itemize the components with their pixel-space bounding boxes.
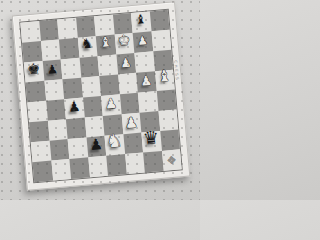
square-f1[interactable] xyxy=(125,153,145,175)
square-d2[interactable]: ♟ xyxy=(86,136,106,158)
square-f2[interactable] xyxy=(123,133,143,155)
square-f7[interactable]: ♚ xyxy=(114,33,134,55)
square-c6[interactable] xyxy=(61,58,81,80)
square-b7[interactable] xyxy=(40,39,60,61)
square-e7[interactable]: ♝ xyxy=(96,35,116,57)
square-a4[interactable] xyxy=(27,101,47,123)
square-g5[interactable]: ♟ xyxy=(136,71,156,93)
square-e5[interactable] xyxy=(99,74,119,96)
square-c3[interactable] xyxy=(66,118,86,140)
square-g2[interactable]: ♛ xyxy=(141,131,161,153)
square-f4[interactable] xyxy=(119,93,139,115)
piece-white-knight-e2[interactable]: ♞ xyxy=(105,131,123,150)
square-g8[interactable]: ♝ xyxy=(131,11,151,33)
square-a6[interactable]: ♚ xyxy=(24,61,44,83)
piece-white-pawn-f6[interactable]: ♟ xyxy=(120,56,132,69)
square-b5[interactable] xyxy=(44,79,64,101)
square-h1[interactable]: ❖ xyxy=(162,149,182,171)
chess-board: ♝♞♝♚♟♚♟♟♟♝♟♟♟♟♞♛❖ CHESS xyxy=(12,1,191,191)
square-h8[interactable] xyxy=(149,10,169,32)
piece-white-pawn-e4[interactable]: ♟ xyxy=(104,97,117,112)
piece-white-pawn-g5[interactable]: ♟ xyxy=(140,74,153,88)
piece-black-pawn-c4[interactable]: ♟ xyxy=(67,100,80,115)
board-brand-text: CHESS xyxy=(173,60,180,81)
square-d1[interactable] xyxy=(88,156,108,178)
square-d6[interactable] xyxy=(79,56,99,78)
square-c1[interactable] xyxy=(69,157,89,179)
square-g7[interactable]: ♟ xyxy=(133,31,153,53)
square-g1[interactable] xyxy=(143,151,163,173)
piece-white-pawn-g7[interactable]: ♟ xyxy=(137,35,148,47)
square-c8[interactable] xyxy=(57,18,77,40)
square-c7[interactable] xyxy=(59,38,79,60)
square-d4[interactable] xyxy=(83,96,103,118)
piece-black-pawn-d2[interactable]: ♟ xyxy=(89,138,104,154)
square-e8[interactable] xyxy=(94,15,114,37)
piece-white-bishop-h5[interactable]: ♝ xyxy=(157,69,172,85)
square-e4[interactable]: ♟ xyxy=(101,94,121,116)
board-grid: ♝♞♝♚♟♚♟♟♟♝♟♟♟♟♞♛❖ xyxy=(19,9,183,183)
piece-black-pawn-b6[interactable]: ♟ xyxy=(46,63,58,76)
square-h7[interactable] xyxy=(151,30,171,52)
piece-white-king-f7[interactable]: ♚ xyxy=(117,34,130,48)
square-d5[interactable] xyxy=(81,76,101,98)
square-h4[interactable] xyxy=(156,90,176,112)
square-a2[interactable] xyxy=(31,141,51,163)
square-e1[interactable] xyxy=(106,154,126,176)
piece-black-knight-d7[interactable]: ♞ xyxy=(81,37,94,51)
piece-white-pawn-f3[interactable]: ♟ xyxy=(124,115,138,130)
square-e2[interactable]: ♞ xyxy=(104,134,124,156)
square-b1[interactable] xyxy=(51,159,71,181)
square-f5[interactable] xyxy=(118,73,138,95)
square-b8[interactable] xyxy=(39,20,59,42)
square-b4[interactable] xyxy=(46,99,66,121)
square-c5[interactable] xyxy=(62,78,82,100)
square-e6[interactable] xyxy=(98,55,118,77)
square-b6[interactable]: ♟ xyxy=(42,59,62,81)
square-c4[interactable]: ♟ xyxy=(64,98,84,120)
square-f6[interactable]: ♟ xyxy=(116,53,136,75)
piece-white-bishop-e7[interactable]: ♝ xyxy=(99,35,112,49)
square-c2[interactable] xyxy=(68,137,88,159)
square-h5[interactable]: ♝ xyxy=(155,70,175,92)
square-b2[interactable] xyxy=(49,139,69,161)
square-f3[interactable]: ♟ xyxy=(121,113,141,135)
square-g6[interactable] xyxy=(134,51,154,73)
board-logo-icon: ❖ xyxy=(162,149,182,171)
square-a8[interactable] xyxy=(20,21,40,43)
square-h3[interactable] xyxy=(158,109,178,131)
square-a1[interactable] xyxy=(33,161,53,183)
square-a5[interactable] xyxy=(26,81,46,103)
square-d8[interactable] xyxy=(76,16,96,38)
piece-black-queen-g2[interactable]: ♛ xyxy=(142,128,160,147)
square-d3[interactable] xyxy=(84,116,104,138)
piece-black-bishop-g8[interactable]: ♝ xyxy=(135,13,147,26)
square-f8[interactable] xyxy=(112,13,132,35)
square-g4[interactable] xyxy=(138,91,158,113)
square-d7[interactable]: ♞ xyxy=(77,36,97,58)
square-a3[interactable] xyxy=(29,121,49,143)
square-h2[interactable] xyxy=(160,129,180,151)
square-b3[interactable] xyxy=(47,119,67,141)
piece-black-king-a6[interactable]: ♚ xyxy=(27,61,41,76)
